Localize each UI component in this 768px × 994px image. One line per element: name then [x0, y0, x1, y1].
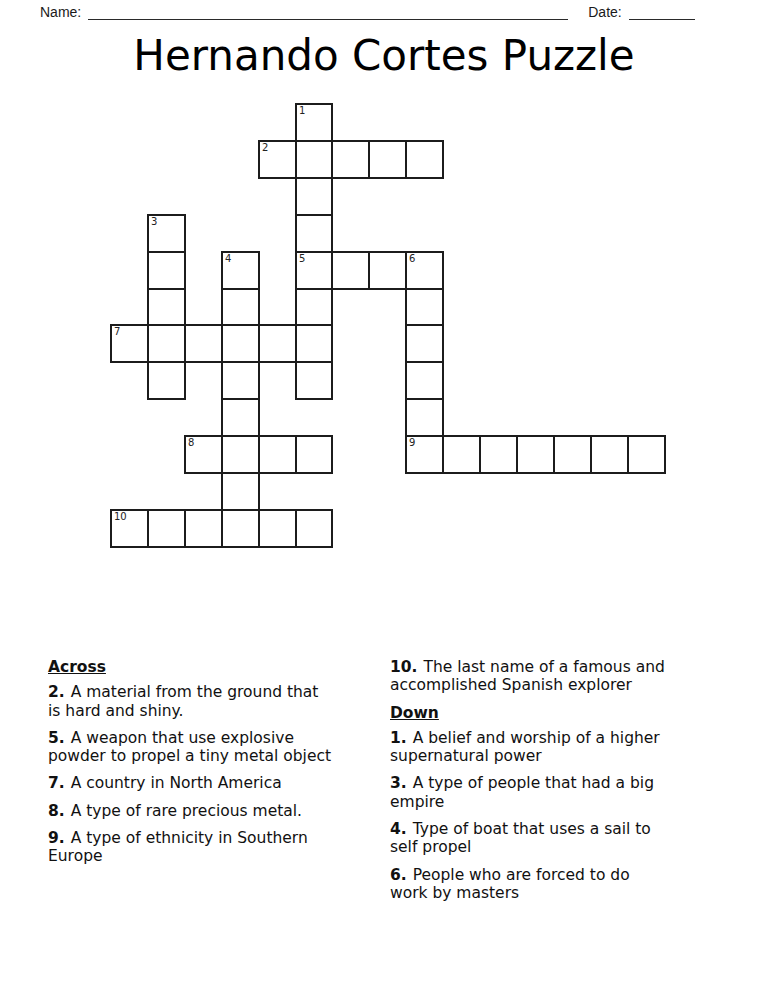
grid-cell-r3c5[interactable] — [295, 214, 333, 253]
grid-cell-r4c8[interactable]: 6 — [405, 251, 444, 290]
grid-cell-r5c5[interactable] — [295, 288, 333, 326]
clue-across-7-number: 7. — [48, 774, 65, 792]
clue-across-8-number: 8. — [48, 802, 65, 820]
clue-down-3-text: A type of people that had a big empire — [390, 774, 654, 810]
clue-across-9-number: 9. — [48, 829, 65, 847]
clue-across-10-text: The last name of a famous and accomplish… — [390, 658, 665, 694]
clue-down-4: 4.Type of boat that uses a sail to self … — [390, 820, 730, 857]
grid-cell-r11c5[interactable] — [295, 509, 333, 548]
grid-cell-r1c6[interactable] — [331, 140, 370, 179]
grid-cell-r11c2[interactable] — [184, 509, 223, 548]
clue-down-3-number: 3. — [390, 774, 407, 792]
grid-cell-r6c3[interactable] — [221, 324, 260, 363]
grid-cell-r11c4[interactable] — [258, 509, 297, 548]
clue-number-6: 6 — [409, 253, 415, 265]
worksheet-page: Name: Date: Hernando Cortes Puzzle 12345… — [0, 0, 768, 994]
across-heading: Across — [48, 658, 378, 676]
grid-cell-r11c3[interactable] — [221, 509, 260, 548]
grid-cell-r9c8[interactable]: 9 — [405, 435, 444, 474]
grid-cell-r5c3[interactable] — [221, 288, 260, 326]
clue-across-9: 9.A type of ethnicity in Southern Europe — [48, 829, 378, 866]
clue-down-1-text: A belief and worship of a higher superna… — [390, 729, 660, 765]
clue-number-7: 7 — [114, 326, 120, 338]
grid-cell-r9c10[interactable] — [479, 435, 518, 474]
grid-cell-r4c1[interactable] — [147, 251, 186, 290]
clue-across-2-text: A material from the ground that is hard … — [48, 683, 318, 719]
clue-across-2: 2.A material from the ground that is har… — [48, 683, 378, 720]
clue-column-left: Across2.A material from the ground that … — [48, 658, 378, 911]
clue-section: Across2.A material from the ground that … — [48, 658, 730, 911]
grid-cell-r3c1[interactable]: 3 — [147, 214, 186, 253]
grid-cell-r8c8[interactable] — [405, 398, 444, 437]
clue-down-4-text: Type of boat that uses a sail to self pr… — [390, 820, 651, 856]
clue-down-3: 3.A type of people that had a big empire — [390, 774, 730, 811]
grid-cell-r7c5[interactable] — [295, 361, 333, 400]
grid-cell-r9c12[interactable] — [553, 435, 592, 474]
clue-down-1-number: 1. — [390, 729, 407, 747]
clue-across-7: 7.A country in North America — [48, 774, 378, 792]
grid-cell-r9c2[interactable]: 8 — [184, 435, 223, 474]
grid-cell-r6c5[interactable] — [295, 324, 333, 363]
clue-number-2: 2 — [262, 142, 268, 154]
clue-down-6: 6.People who are forced to do work by ma… — [390, 866, 730, 903]
grid-cell-r7c8[interactable] — [405, 361, 444, 400]
clue-number-3: 3 — [151, 216, 157, 228]
clue-across-8: 8.A type of rare precious metal. — [48, 802, 378, 820]
grid-cell-r1c8[interactable] — [405, 140, 444, 179]
grid-cell-r5c8[interactable] — [405, 288, 444, 326]
grid-cell-r11c1[interactable] — [147, 509, 186, 548]
grid-cell-r6c0[interactable]: 7 — [110, 324, 149, 363]
clue-across-9-text: A type of ethnicity in Southern Europe — [48, 829, 308, 865]
grid-cell-r9c13[interactable] — [590, 435, 629, 474]
grid-cell-r5c1[interactable] — [147, 288, 186, 326]
clue-number-8: 8 — [188, 437, 194, 449]
clue-across-2-number: 2. — [48, 683, 65, 701]
clue-number-1: 1 — [299, 105, 305, 117]
clue-across-10-number: 10. — [390, 658, 417, 676]
grid-cell-r9c9[interactable] — [442, 435, 481, 474]
grid-cell-r7c3[interactable] — [221, 361, 260, 400]
grid-cell-r7c1[interactable] — [147, 361, 186, 400]
clue-down-6-text: People who are forced to do work by mast… — [390, 866, 630, 902]
down-heading: Down — [390, 704, 730, 722]
clue-down-6-number: 6. — [390, 866, 407, 884]
grid-cell-r1c5[interactable] — [295, 140, 333, 179]
clue-across-5: 5.A weapon that use explosive powder to … — [48, 729, 378, 766]
crossword-grid: 12345678910 — [0, 0, 768, 560]
clue-number-10: 10 — [114, 511, 127, 523]
grid-cell-r2c5[interactable] — [295, 177, 333, 216]
clue-number-5: 5 — [299, 253, 305, 265]
grid-cell-r1c4[interactable]: 2 — [258, 140, 297, 179]
grid-cell-r9c14[interactable] — [627, 435, 666, 474]
grid-cell-r6c4[interactable] — [258, 324, 297, 363]
clue-across-5-number: 5. — [48, 729, 65, 747]
grid-cell-r9c4[interactable] — [258, 435, 297, 474]
clue-across-5-text: A weapon that use explosive powder to pr… — [48, 729, 331, 765]
clue-number-9: 9 — [409, 437, 415, 449]
grid-cell-r1c7[interactable] — [368, 140, 407, 179]
grid-cell-r9c11[interactable] — [516, 435, 555, 474]
clue-down-1: 1.A belief and worship of a higher super… — [390, 729, 730, 766]
grid-cell-r4c3[interactable]: 4 — [221, 251, 260, 290]
grid-cell-r4c5[interactable]: 5 — [295, 251, 333, 290]
clue-across-8-text: A type of rare precious metal. — [71, 802, 302, 820]
grid-cell-r9c5[interactable] — [295, 435, 333, 474]
clue-down-4-number: 4. — [390, 820, 407, 838]
grid-cell-r4c6[interactable] — [331, 251, 370, 290]
clue-number-4: 4 — [225, 253, 231, 265]
grid-cell-r9c3[interactable] — [221, 435, 260, 474]
grid-cell-r8c3[interactable] — [221, 398, 260, 437]
grid-cell-r10c3[interactable] — [221, 472, 260, 511]
grid-cell-r11c0[interactable]: 10 — [110, 509, 149, 548]
grid-cell-r4c7[interactable] — [368, 251, 407, 290]
grid-cell-r6c2[interactable] — [184, 324, 223, 363]
clue-column-right: 10.The last name of a famous and accompl… — [390, 658, 730, 911]
clue-across-10: 10.The last name of a famous and accompl… — [390, 658, 730, 695]
grid-cell-r0c5[interactable]: 1 — [295, 103, 333, 142]
grid-cell-r6c8[interactable] — [405, 324, 444, 363]
clue-across-7-text: A country in North America — [71, 774, 282, 792]
grid-cell-r6c1[interactable] — [147, 324, 186, 363]
